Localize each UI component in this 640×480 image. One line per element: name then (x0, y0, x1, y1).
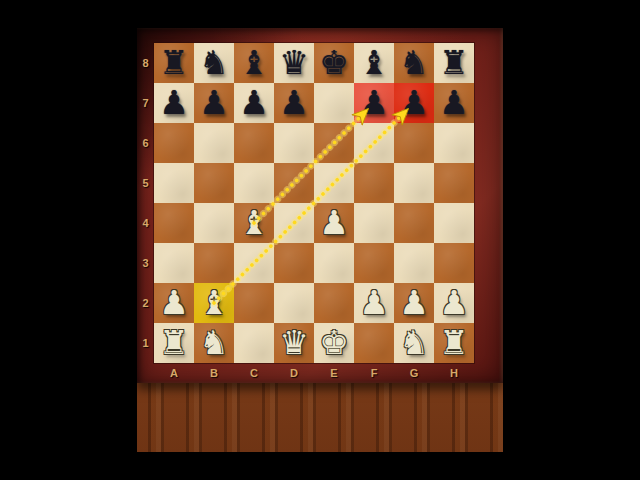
piece-black-king[interactable]: ♚ (319, 43, 349, 83)
piece-white-pawn[interactable]: ♟ (399, 283, 429, 323)
square-f6[interactable] (354, 123, 394, 163)
chess-board: ♜♞♝♛♚♝♞♜♟♟♟♟♟♟♟♝♟♟♝♟♟♟♜♞♛♚♞♜ (154, 43, 474, 363)
piece-white-pawn[interactable]: ♟ (159, 283, 189, 323)
square-h2[interactable]: ♟ (434, 283, 474, 323)
square-g1[interactable]: ♞ (394, 323, 434, 363)
square-b8[interactable]: ♞ (194, 43, 234, 83)
square-c7[interactable]: ♟ (234, 83, 274, 123)
rank-label-4: 4 (137, 203, 154, 243)
piece-white-bishop[interactable]: ♝ (199, 283, 229, 323)
square-c6[interactable] (234, 123, 274, 163)
rank-label-5: 5 (137, 163, 154, 203)
square-e2[interactable] (314, 283, 354, 323)
file-label-F: F (354, 363, 394, 383)
square-d5[interactable] (274, 163, 314, 203)
square-f5[interactable] (354, 163, 394, 203)
piece-black-rook[interactable]: ♜ (439, 43, 469, 83)
square-b3[interactable] (194, 243, 234, 283)
square-g5[interactable] (394, 163, 434, 203)
file-label-G: G (394, 363, 434, 383)
piece-white-pawn[interactable]: ♟ (319, 203, 349, 243)
square-b1[interactable]: ♞ (194, 323, 234, 363)
square-c3[interactable] (234, 243, 274, 283)
piece-white-pawn[interactable]: ♟ (439, 283, 469, 323)
square-e6[interactable] (314, 123, 354, 163)
piece-black-pawn[interactable]: ♟ (439, 83, 469, 123)
piece-black-knight[interactable]: ♞ (199, 43, 229, 83)
square-a4[interactable] (154, 203, 194, 243)
file-label-A: A (154, 363, 194, 383)
square-g4[interactable] (394, 203, 434, 243)
rank-label-3: 3 (137, 243, 154, 283)
piece-white-rook[interactable]: ♜ (159, 323, 189, 363)
piece-white-pawn[interactable]: ♟ (359, 283, 389, 323)
square-f3[interactable] (354, 243, 394, 283)
square-a7[interactable]: ♟ (154, 83, 194, 123)
square-c8[interactable]: ♝ (234, 43, 274, 83)
piece-white-knight[interactable]: ♞ (199, 323, 229, 363)
square-b6[interactable] (194, 123, 234, 163)
square-e7[interactable] (314, 83, 354, 123)
square-g8[interactable]: ♞ (394, 43, 434, 83)
square-d6[interactable] (274, 123, 314, 163)
chess-board-frame: 87654321 ABCDEFGH ♜♞♝♛♚♝♞♜♟♟♟♟♟♟♟♝♟♟♝♟♟♟… (137, 28, 503, 383)
square-g3[interactable] (394, 243, 434, 283)
square-d1[interactable]: ♛ (274, 323, 314, 363)
piece-black-pawn[interactable]: ♟ (279, 83, 309, 123)
piece-black-bishop[interactable]: ♝ (239, 43, 269, 83)
rank-label-2: 2 (137, 283, 154, 323)
square-b2[interactable]: ♝ (194, 283, 234, 323)
piece-black-bishop[interactable]: ♝ (359, 43, 389, 83)
square-g2[interactable]: ♟ (394, 283, 434, 323)
file-label-B: B (194, 363, 234, 383)
square-a3[interactable] (154, 243, 194, 283)
square-d3[interactable] (274, 243, 314, 283)
rank-label-8: 8 (137, 43, 154, 83)
square-c5[interactable] (234, 163, 274, 203)
square-f8[interactable]: ♝ (354, 43, 394, 83)
piece-black-rook[interactable]: ♜ (159, 43, 189, 83)
piece-white-bishop[interactable]: ♝ (239, 203, 269, 243)
rank-label-7: 7 (137, 83, 154, 123)
rank-label-1: 1 (137, 323, 154, 363)
square-h7[interactable]: ♟ (434, 83, 474, 123)
square-d8[interactable]: ♛ (274, 43, 314, 83)
file-label-H: H (434, 363, 474, 383)
square-d7[interactable]: ♟ (274, 83, 314, 123)
square-b5[interactable] (194, 163, 234, 203)
square-c4[interactable]: ♝ (234, 203, 274, 243)
square-b4[interactable] (194, 203, 234, 243)
square-h3[interactable] (434, 243, 474, 283)
square-h5[interactable] (434, 163, 474, 203)
square-e5[interactable] (314, 163, 354, 203)
square-h6[interactable] (434, 123, 474, 163)
square-a8[interactable]: ♜ (154, 43, 194, 83)
piece-black-pawn[interactable]: ♟ (239, 83, 269, 123)
file-label-D: D (274, 363, 314, 383)
square-b7[interactable]: ♟ (194, 83, 234, 123)
file-label-C: C (234, 363, 274, 383)
square-e8[interactable]: ♚ (314, 43, 354, 83)
piece-black-pawn[interactable]: ♟ (159, 83, 189, 123)
piece-black-knight[interactable]: ♞ (399, 43, 429, 83)
square-f2[interactable]: ♟ (354, 283, 394, 323)
piece-black-pawn[interactable]: ♟ (399, 83, 429, 123)
square-h4[interactable] (434, 203, 474, 243)
square-g7[interactable]: ♟ (394, 83, 434, 123)
piece-white-rook[interactable]: ♜ (439, 323, 469, 363)
square-a2[interactable]: ♟ (154, 283, 194, 323)
piece-black-pawn[interactable]: ♟ (199, 83, 229, 123)
square-d4[interactable] (274, 203, 314, 243)
square-f4[interactable] (354, 203, 394, 243)
square-f1[interactable] (354, 323, 394, 363)
square-e4[interactable]: ♟ (314, 203, 354, 243)
square-c1[interactable] (234, 323, 274, 363)
piece-black-pawn[interactable]: ♟ (359, 83, 389, 123)
rank-label-6: 6 (137, 123, 154, 163)
file-label-E: E (314, 363, 354, 383)
square-e1[interactable]: ♚ (314, 323, 354, 363)
piece-white-king[interactable]: ♚ (319, 323, 349, 363)
square-f7[interactable]: ♟ (354, 83, 394, 123)
piece-black-queen[interactable]: ♛ (279, 43, 309, 83)
square-c2[interactable] (234, 283, 274, 323)
piece-white-queen[interactable]: ♛ (279, 323, 309, 363)
video-frame: 87654321 ABCDEFGH ♜♞♝♛♚♝♞♜♟♟♟♟♟♟♟♝♟♟♝♟♟♟… (0, 0, 640, 480)
square-h8[interactable]: ♜ (434, 43, 474, 83)
square-d2[interactable] (274, 283, 314, 323)
square-a6[interactable] (154, 123, 194, 163)
piece-white-knight[interactable]: ♞ (399, 323, 429, 363)
square-a5[interactable] (154, 163, 194, 203)
square-h1[interactable]: ♜ (434, 323, 474, 363)
square-a1[interactable]: ♜ (154, 323, 194, 363)
square-g6[interactable] (394, 123, 434, 163)
square-e3[interactable] (314, 243, 354, 283)
